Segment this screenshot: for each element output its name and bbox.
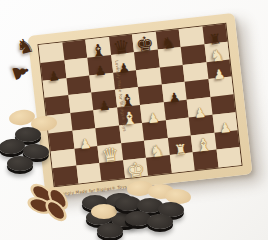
piece-white-queen[interactable]: ♛	[101, 145, 120, 166]
square-b1[interactable]	[76, 163, 101, 183]
piece-white-pawn[interactable]: ♟	[193, 105, 206, 119]
piece-black-queen[interactable]: ♛	[112, 37, 131, 58]
square-d1[interactable]: ♚	[123, 158, 148, 178]
square-h1[interactable]	[216, 147, 241, 167]
piece-black-pawn[interactable]: ♟	[47, 68, 60, 82]
piece-black-pawn[interactable]: ♟	[168, 90, 181, 104]
photo-background: ♝♛♚♞♜♟♟♟♞♟♟♝♟♝♟♟♟♟♛♞♜♝♚ Lovingly Made fo…	[0, 0, 268, 240]
piece-white-pawn[interactable]: ♟	[147, 111, 160, 125]
piece-white-pawn[interactable]: ♟	[79, 136, 92, 150]
square-c2[interactable]: ♛	[97, 143, 122, 163]
chess-board[interactable]: ♝♛♚♞♜♟♟♟♞♟♟♝♟♝♟♟♟♟♛♞♜♝♚ Lovingly Made fo…	[27, 13, 252, 198]
draughts-disc-black[interactable]	[7, 156, 33, 171]
square-a1[interactable]	[53, 166, 78, 186]
piece-black-pawn[interactable]: ♟	[98, 98, 111, 112]
piece-white-bishop[interactable]: ♝	[121, 109, 138, 128]
piece-black-bishop[interactable]: ♝	[90, 41, 107, 60]
draughts-disc-black[interactable]	[0, 138, 26, 156]
piece-white-bishop[interactable]: ♝	[195, 136, 212, 155]
square-d8[interactable]: ♛	[109, 34, 134, 54]
piece-black-rook[interactable]: ♜	[208, 31, 222, 46]
piece-white-rook[interactable]: ♜	[174, 142, 188, 157]
piece-white-king[interactable]: ♚	[126, 159, 146, 181]
piece-white-knight[interactable]: ♞	[209, 47, 225, 65]
piece-black-pawn[interactable]: ♟	[94, 63, 107, 77]
captured-black-pawn[interactable]: ♟	[9, 60, 34, 83]
square-e8[interactable]: ♚	[132, 32, 157, 52]
piece-white-pawn[interactable]: ♟	[219, 120, 232, 134]
piece-black-pawn[interactable]: ♟	[117, 60, 130, 74]
piece-white-pawn[interactable]: ♟	[213, 67, 226, 81]
piece-black-knight[interactable]: ♞	[160, 34, 176, 52]
draughts-disc-black[interactable]	[97, 223, 123, 238]
chess-board-grid: ♝♛♚♞♜♟♟♟♞♟♟♝♟♝♟♟♟♟♛♞♜♝♚	[37, 23, 242, 188]
draughts-disc-black[interactable]	[147, 214, 173, 229]
piece-black-king[interactable]: ♚	[135, 33, 155, 55]
draughts-disc-light[interactable]	[91, 204, 117, 219]
piece-white-knight[interactable]: ♞	[149, 143, 165, 161]
